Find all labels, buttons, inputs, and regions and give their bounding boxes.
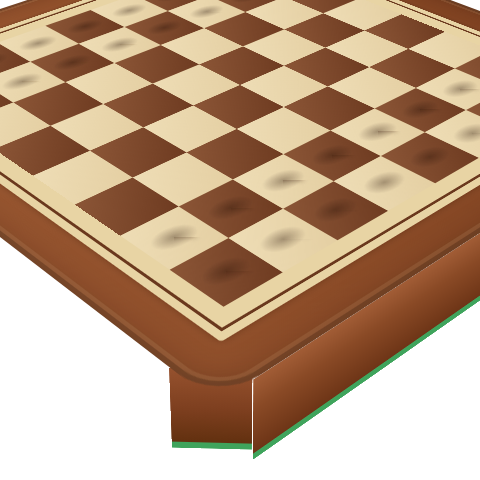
piece-far-pawn[interactable]: ♟ [0, 55, 35, 106]
piece-near-rook[interactable]: ♜ [142, 207, 310, 276]
chess-box: ♜♞♝♛♚♝♞♜♟♟♟♟♟♟♟♟♟♟♟♟♟♟♟♟♜♞♝♛♚♝♞♜ [0, 0, 480, 403]
chess-box-photo: ♜♞♝♛♚♝♞♜♟♟♟♟♟♟♟♟♟♟♟♟♟♟♟♟♜♞♝♛♚♝♞♜ [0, 0, 480, 480]
